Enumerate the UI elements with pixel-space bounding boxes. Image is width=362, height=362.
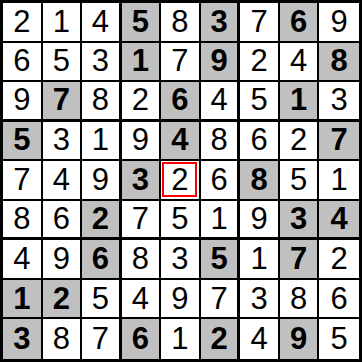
cell-r1c8[interactable]: 6 xyxy=(280,3,320,43)
cell-r8c8[interactable]: 8 xyxy=(280,280,320,320)
cell-r1c4[interactable]: 5 xyxy=(122,3,162,43)
cell-r8c5[interactable]: 9 xyxy=(161,280,201,320)
cell-r4c3[interactable]: 1 xyxy=(82,122,122,162)
cell-r9c8[interactable]: 9 xyxy=(280,319,320,359)
cell-r3c6[interactable]: 4 xyxy=(201,82,241,122)
cell-r6c3[interactable]: 2 xyxy=(82,201,122,241)
cell-r5c5[interactable]: 2 xyxy=(161,161,201,201)
cell-r4c4[interactable]: 9 xyxy=(122,122,162,162)
cell-r7c7[interactable]: 1 xyxy=(240,240,280,280)
cell-r9c7[interactable]: 4 xyxy=(240,319,280,359)
cell-r2c3[interactable]: 3 xyxy=(82,43,122,83)
cell-r7c3[interactable]: 6 xyxy=(82,240,122,280)
cell-r4c6[interactable]: 8 xyxy=(201,122,241,162)
cell-r3c1[interactable]: 9 xyxy=(3,82,43,122)
sudoku-board: 2145837696531792489782645135319486277493… xyxy=(0,0,362,362)
cell-r6c6[interactable]: 1 xyxy=(201,201,241,241)
cell-r5c3[interactable]: 9 xyxy=(82,161,122,201)
cell-r9c6[interactable]: 2 xyxy=(201,319,241,359)
cell-r6c8[interactable]: 3 xyxy=(280,201,320,241)
cell-r1c6[interactable]: 3 xyxy=(201,3,241,43)
cell-r4c5[interactable]: 4 xyxy=(161,122,201,162)
cell-r6c7[interactable]: 9 xyxy=(240,201,280,241)
cell-r8c4[interactable]: 4 xyxy=(122,280,162,320)
cell-r1c7[interactable]: 7 xyxy=(240,3,280,43)
cell-r6c1[interactable]: 8 xyxy=(3,201,43,241)
cell-r6c9[interactable]: 4 xyxy=(319,201,359,241)
cell-r3c9[interactable]: 3 xyxy=(319,82,359,122)
cell-r6c4[interactable]: 7 xyxy=(122,201,162,241)
cell-r7c9[interactable]: 2 xyxy=(319,240,359,280)
cell-r8c3[interactable]: 5 xyxy=(82,280,122,320)
cell-r3c3[interactable]: 8 xyxy=(82,82,122,122)
cell-r5c6[interactable]: 6 xyxy=(201,161,241,201)
cell-r8c1[interactable]: 1 xyxy=(3,280,43,320)
cell-r1c3[interactable]: 4 xyxy=(82,3,122,43)
cell-r9c1[interactable]: 3 xyxy=(3,319,43,359)
selected-cell-highlight xyxy=(162,162,197,197)
cell-r2c9[interactable]: 8 xyxy=(319,43,359,83)
cell-r5c9[interactable]: 1 xyxy=(319,161,359,201)
cell-r8c7[interactable]: 3 xyxy=(240,280,280,320)
cell-r2c2[interactable]: 5 xyxy=(43,43,83,83)
cell-r6c2[interactable]: 6 xyxy=(43,201,83,241)
cell-r9c5[interactable]: 1 xyxy=(161,319,201,359)
cell-r2c7[interactable]: 2 xyxy=(240,43,280,83)
cell-r5c2[interactable]: 4 xyxy=(43,161,83,201)
cell-r2c1[interactable]: 6 xyxy=(3,43,43,83)
cell-r7c1[interactable]: 4 xyxy=(3,240,43,280)
cell-r9c2[interactable]: 8 xyxy=(43,319,83,359)
cell-r4c9[interactable]: 7 xyxy=(319,122,359,162)
cell-r1c9[interactable]: 9 xyxy=(319,3,359,43)
cell-r5c7[interactable]: 8 xyxy=(240,161,280,201)
cell-r8c9[interactable]: 6 xyxy=(319,280,359,320)
cell-r5c8[interactable]: 5 xyxy=(280,161,320,201)
cell-r8c6[interactable]: 7 xyxy=(201,280,241,320)
cell-r4c2[interactable]: 3 xyxy=(43,122,83,162)
cell-r1c1[interactable]: 2 xyxy=(3,3,43,43)
cell-r7c6[interactable]: 5 xyxy=(201,240,241,280)
cell-r7c2[interactable]: 9 xyxy=(43,240,83,280)
cell-r4c1[interactable]: 5 xyxy=(3,122,43,162)
cell-r8c2[interactable]: 2 xyxy=(43,280,83,320)
cell-r5c1[interactable]: 7 xyxy=(3,161,43,201)
cell-r7c8[interactable]: 7 xyxy=(280,240,320,280)
cell-r9c4[interactable]: 6 xyxy=(122,319,162,359)
cell-r9c9[interactable]: 5 xyxy=(319,319,359,359)
cell-r3c4[interactable]: 2 xyxy=(122,82,162,122)
cell-r5c4[interactable]: 3 xyxy=(122,161,162,201)
cell-r6c5[interactable]: 5 xyxy=(161,201,201,241)
cell-r4c7[interactable]: 6 xyxy=(240,122,280,162)
cell-r3c2[interactable]: 7 xyxy=(43,82,83,122)
cell-r4c8[interactable]: 2 xyxy=(280,122,320,162)
cell-r2c4[interactable]: 1 xyxy=(122,43,162,83)
cell-r7c4[interactable]: 8 xyxy=(122,240,162,280)
cell-r3c8[interactable]: 1 xyxy=(280,82,320,122)
cell-r1c5[interactable]: 8 xyxy=(161,3,201,43)
cell-r2c8[interactable]: 4 xyxy=(280,43,320,83)
cell-r1c2[interactable]: 1 xyxy=(43,3,83,43)
cell-r7c5[interactable]: 3 xyxy=(161,240,201,280)
cell-r3c5[interactable]: 6 xyxy=(161,82,201,122)
cell-r2c6[interactable]: 9 xyxy=(201,43,241,83)
cell-r3c7[interactable]: 5 xyxy=(240,82,280,122)
cell-r9c3[interactable]: 7 xyxy=(82,319,122,359)
cell-r2c5[interactable]: 7 xyxy=(161,43,201,83)
